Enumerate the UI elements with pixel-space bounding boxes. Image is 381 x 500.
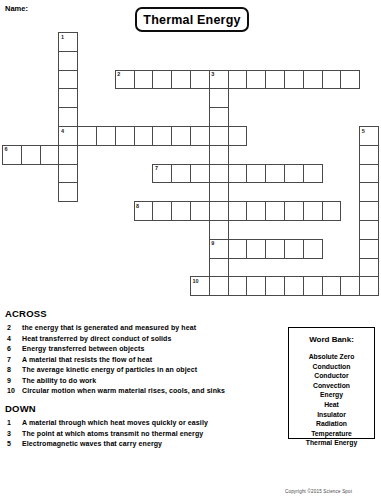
crossword-grid: 14239567810 xyxy=(2,32,380,297)
grid-cell-r2-c17[interactable] xyxy=(322,70,342,90)
grid-cell-r7-c13[interactable] xyxy=(246,164,266,184)
word-bank-word: Heat xyxy=(289,400,374,410)
clue-number: 5 xyxy=(5,439,22,450)
grid-cell-r6-c3[interactable] xyxy=(58,145,78,165)
word-bank-word: Conduction xyxy=(289,362,374,372)
grid-cell-r7-c15[interactable] xyxy=(284,164,304,184)
puzzle-title-box: Thermal Energy xyxy=(135,7,249,32)
grid-cell-r12-c11[interactable] xyxy=(209,258,229,278)
cell-number: 8 xyxy=(136,203,139,209)
grid-cell-r5-c7[interactable] xyxy=(134,126,154,146)
grid-cell-r13-c18[interactable] xyxy=(340,276,360,296)
clue-text: Circular motion when warm material rises… xyxy=(22,386,225,397)
clue-text: A material that resists the flow of heat xyxy=(22,355,152,366)
clue-row: 8The average kinetic energy of particles… xyxy=(5,365,225,376)
grid-cell-r3-c11[interactable] xyxy=(209,88,229,108)
grid-cell-r5-c4[interactable] xyxy=(77,126,97,146)
word-bank-word: Radiation xyxy=(289,419,374,429)
cell-number: 2 xyxy=(117,71,120,77)
grid-cell-r11-c11[interactable]: 9 xyxy=(209,239,229,259)
grid-cell-r1-c3[interactable] xyxy=(58,51,78,71)
grid-cell-r2-c9[interactable] xyxy=(171,70,191,90)
word-bank-word: Convection xyxy=(289,381,374,391)
grid-cell-r5-c9[interactable] xyxy=(171,126,191,146)
grid-cell-r5-c10[interactable] xyxy=(190,126,210,146)
grid-cell-r12-c19[interactable] xyxy=(359,258,379,278)
grid-cell-r2-c3[interactable] xyxy=(58,70,78,90)
clue-row: 5Electromagnetic waves that carry energy xyxy=(5,439,208,450)
clue-number: 6 xyxy=(5,344,22,355)
worksheet-page: Name: Thermal Energy 14239567810 ACROSS … xyxy=(0,0,381,500)
grid-cell-r2-c14[interactable] xyxy=(265,70,285,90)
grid-cell-r13-c12[interactable] xyxy=(228,276,248,296)
grid-cell-r9-c10[interactable] xyxy=(190,201,210,221)
word-bank-word: Insulator xyxy=(289,410,374,420)
grid-cell-r6-c1[interactable] xyxy=(21,145,41,165)
across-section: ACROSS 2the energy that is generated and… xyxy=(5,308,225,397)
grid-cell-r7-c19[interactable] xyxy=(359,164,379,184)
clue-row: 7A material that resists the flow of hea… xyxy=(5,355,225,366)
grid-cell-r2-c15[interactable] xyxy=(284,70,304,90)
grid-cell-r13-c14[interactable] xyxy=(265,276,285,296)
across-header: ACROSS xyxy=(5,308,225,319)
grid-cell-r9-c17[interactable] xyxy=(322,201,342,221)
grid-cell-r3-c3[interactable] xyxy=(58,88,78,108)
grid-cell-r10-c11[interactable] xyxy=(209,220,229,240)
grid-cell-r7-c16[interactable] xyxy=(303,164,323,184)
clue-row: 4Heat transferred by direct conduct of s… xyxy=(5,334,225,345)
grid-cell-r9-c19[interactable] xyxy=(359,201,379,221)
grid-cell-r5-c11[interactable] xyxy=(209,126,229,146)
word-bank-box: Word Bank: Absolute ZeroConductionConduc… xyxy=(288,327,375,439)
grid-cell-r9-c16[interactable] xyxy=(303,201,323,221)
clue-text: The point at which atoms transmit no the… xyxy=(22,429,203,440)
clue-number: 4 xyxy=(5,334,22,345)
grid-cell-r11-c12[interactable] xyxy=(228,239,248,259)
grid-cell-r2-c8[interactable] xyxy=(152,70,172,90)
across-clue-list: 2the energy that is generated and measur… xyxy=(5,323,225,397)
cell-number: 4 xyxy=(61,128,64,134)
grid-cell-r6-c11[interactable] xyxy=(209,145,229,165)
cell-number: 5 xyxy=(362,128,365,134)
down-header: DOWN xyxy=(5,403,208,414)
grid-cell-r13-c10[interactable]: 10 xyxy=(190,276,210,296)
cell-number: 9 xyxy=(211,240,214,246)
cell-number: 7 xyxy=(155,165,158,171)
clue-text: A material through which heat moves quic… xyxy=(22,418,208,429)
grid-cell-r5-c12[interactable] xyxy=(228,126,248,146)
clue-row: 3The point at which atoms transmit no th… xyxy=(5,429,208,440)
grid-cell-r6-c0[interactable]: 6 xyxy=(2,145,22,165)
clue-text: the energy that is generated and measure… xyxy=(22,323,196,334)
down-section: DOWN 1A material through which heat move… xyxy=(5,403,208,450)
cell-number: 6 xyxy=(5,146,8,152)
grid-cell-r13-c17[interactable] xyxy=(322,276,342,296)
grid-cell-r11-c13[interactable] xyxy=(246,239,266,259)
copyright-text: Copyright ©2015 Science Spot xyxy=(285,489,352,494)
cell-number: 3 xyxy=(211,71,214,77)
word-bank-word: Temperature xyxy=(289,429,374,439)
grid-cell-r7-c3[interactable] xyxy=(58,164,78,184)
clue-text: Electromagnetic waves that carry energy xyxy=(22,439,162,450)
clue-number: 3 xyxy=(5,429,22,440)
clue-text: The average kinetic energy of particles … xyxy=(22,365,197,376)
name-label: Name: xyxy=(5,4,28,13)
puzzle-title: Thermal Energy xyxy=(143,13,240,27)
word-bank-word: Absolute Zero xyxy=(289,352,374,362)
grid-cell-r10-c19[interactable] xyxy=(359,220,379,240)
grid-cell-r4-c3[interactable] xyxy=(58,107,78,127)
clue-number: 8 xyxy=(5,365,22,376)
clue-row: 6Energy transferred between objects xyxy=(5,344,225,355)
grid-cell-r6-c2[interactable] xyxy=(40,145,60,165)
grid-cell-r5-c5[interactable] xyxy=(96,126,116,146)
grid-cell-r7-c14[interactable] xyxy=(265,164,285,184)
grid-cell-r9-c14[interactable] xyxy=(265,201,285,221)
grid-cell-r9-c8[interactable] xyxy=(152,201,172,221)
cell-number: 10 xyxy=(193,278,199,284)
clue-row: 2the energy that is generated and measur… xyxy=(5,323,225,334)
grid-cell-r9-c11[interactable] xyxy=(209,201,229,221)
grid-cell-r7-c8[interactable]: 7 xyxy=(152,164,172,184)
clue-text: The ability to do work xyxy=(22,376,96,387)
grid-cell-r0-c3[interactable]: 1 xyxy=(58,32,78,52)
clue-number: 7 xyxy=(5,355,22,366)
clue-text: Energy transferred between objects xyxy=(22,344,144,355)
grid-cell-r13-c15[interactable] xyxy=(284,276,304,296)
grid-cell-r9-c15[interactable] xyxy=(284,201,304,221)
grid-cell-r2-c16[interactable] xyxy=(303,70,323,90)
word-bank-word: Thermal Energy xyxy=(289,438,374,448)
clue-row: 1A material through which heat moves qui… xyxy=(5,418,208,429)
grid-cell-r2-c11[interactable]: 3 xyxy=(209,70,229,90)
clue-number: 9 xyxy=(5,376,22,387)
grid-cell-r13-c11[interactable] xyxy=(209,276,229,296)
grid-cell-r7-c11[interactable] xyxy=(209,164,229,184)
word-bank-list: Absolute ZeroConductionConductorConvecti… xyxy=(289,352,374,448)
grid-cell-r6-c19[interactable] xyxy=(359,145,379,165)
grid-cell-r9-c12[interactable] xyxy=(228,201,248,221)
grid-cell-r8-c3[interactable] xyxy=(58,182,78,202)
grid-cell-r11-c19[interactable] xyxy=(359,239,379,259)
grid-cell-r4-c11[interactable] xyxy=(209,107,229,127)
grid-cell-r9-c7[interactable]: 8 xyxy=(134,201,154,221)
grid-cell-r5-c3[interactable]: 4 xyxy=(58,126,78,146)
grid-cell-r8-c11[interactable] xyxy=(209,182,229,202)
cell-number: 1 xyxy=(61,34,64,40)
grid-cell-r11-c15[interactable] xyxy=(284,239,304,259)
grid-cell-r8-c19[interactable] xyxy=(359,182,379,202)
grid-cell-r7-c10[interactable] xyxy=(190,164,210,184)
word-bank-word: Energy xyxy=(289,390,374,400)
clue-number: 1 xyxy=(5,418,22,429)
word-bank-title: Word Bank: xyxy=(289,335,374,344)
grid-cell-r2-c10[interactable] xyxy=(190,70,210,90)
grid-cell-r2-c18[interactable] xyxy=(340,70,360,90)
grid-cell-r7-c9[interactable] xyxy=(171,164,191,184)
grid-cell-r5-c19[interactable]: 5 xyxy=(359,126,379,146)
grid-cell-r5-c6[interactable] xyxy=(115,126,135,146)
grid-cell-r9-c13[interactable] xyxy=(246,201,266,221)
clue-text: Heat transferred by direct conduct of so… xyxy=(22,334,172,345)
down-clue-list: 1A material through which heat moves qui… xyxy=(5,418,208,450)
grid-cell-r2-c12[interactable] xyxy=(228,70,248,90)
clue-number: 10 xyxy=(5,386,22,397)
grid-cell-r2-c7[interactable] xyxy=(134,70,154,90)
grid-cell-r2-c13[interactable] xyxy=(246,70,266,90)
grid-cell-r11-c14[interactable] xyxy=(265,239,285,259)
clue-number: 2 xyxy=(5,323,22,334)
grid-cell-r11-c16[interactable] xyxy=(303,239,323,259)
clue-row: 10Circular motion when warm material ris… xyxy=(5,386,225,397)
grid-cell-r2-c6[interactable]: 2 xyxy=(115,70,135,90)
grid-cell-r9-c9[interactable] xyxy=(171,201,191,221)
grid-cell-r7-c12[interactable] xyxy=(228,164,248,184)
grid-cell-r5-c8[interactable] xyxy=(152,126,172,146)
grid-cell-r13-c16[interactable] xyxy=(303,276,323,296)
grid-cell-r13-c19[interactable] xyxy=(359,276,379,296)
grid-cell-r13-c13[interactable] xyxy=(246,276,266,296)
word-bank-word: Conductor xyxy=(289,371,374,381)
clue-row: 9The ability to do work xyxy=(5,376,225,387)
